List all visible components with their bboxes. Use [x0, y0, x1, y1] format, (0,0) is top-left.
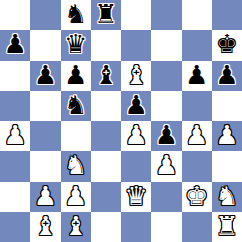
square-f1[interactable] — [151, 212, 181, 242]
square-a4[interactable]: ♟ — [0, 121, 30, 151]
square-b6[interactable]: ♟ — [30, 61, 60, 91]
piece-white-bishop[interactable]: ♝ — [124, 62, 147, 88]
square-c4[interactable] — [61, 121, 91, 151]
square-d5[interactable] — [91, 91, 121, 121]
square-g6[interactable]: ♟ — [182, 61, 212, 91]
square-e7[interactable] — [121, 30, 151, 60]
square-a3[interactable] — [0, 151, 30, 181]
square-g2[interactable]: ♚ — [182, 182, 212, 212]
square-c2[interactable]: ♟ — [61, 182, 91, 212]
square-b7[interactable] — [30, 30, 60, 60]
square-d4[interactable] — [91, 121, 121, 151]
square-b1[interactable]: ♝ — [30, 212, 60, 242]
square-e4[interactable]: ♟ — [121, 121, 151, 151]
square-g5[interactable] — [182, 91, 212, 121]
square-c7[interactable]: ♛ — [61, 30, 91, 60]
piece-white-pawn[interactable]: ♟ — [124, 122, 147, 148]
piece-black-knight[interactable]: ♞ — [64, 92, 87, 118]
piece-white-king[interactable]: ♚ — [185, 183, 208, 209]
piece-black-pawn[interactable]: ♟ — [155, 122, 178, 148]
square-a7[interactable]: ♟ — [0, 30, 30, 60]
piece-white-knight[interactable]: ♞ — [215, 183, 238, 209]
square-e5[interactable]: ♟ — [121, 91, 151, 121]
piece-white-pawn[interactable]: ♟ — [3, 122, 26, 148]
piece-black-bishop[interactable]: ♝ — [94, 62, 117, 88]
square-d2[interactable] — [91, 182, 121, 212]
square-b3[interactable] — [30, 151, 60, 181]
piece-black-rook[interactable]: ♜ — [94, 1, 117, 27]
piece-black-pawn[interactable]: ♟ — [64, 62, 87, 88]
square-c6[interactable]: ♟ — [61, 61, 91, 91]
square-g7[interactable] — [182, 30, 212, 60]
square-b2[interactable]: ♟ — [30, 182, 60, 212]
piece-black-pawn[interactable]: ♟ — [3, 31, 26, 57]
piece-white-pawn[interactable]: ♟ — [64, 183, 87, 209]
piece-white-rook[interactable]: ♜ — [215, 213, 238, 239]
piece-black-queen[interactable]: ♛ — [64, 31, 87, 57]
square-g3[interactable] — [182, 151, 212, 181]
square-e1[interactable] — [121, 212, 151, 242]
piece-white-pawn[interactable]: ♟ — [34, 183, 57, 209]
square-a1[interactable] — [0, 212, 30, 242]
square-b4[interactable] — [30, 121, 60, 151]
square-d6[interactable]: ♝ — [91, 61, 121, 91]
square-h5[interactable] — [212, 91, 242, 121]
square-d3[interactable] — [91, 151, 121, 181]
square-b5[interactable] — [30, 91, 60, 121]
square-f4[interactable]: ♟ — [151, 121, 181, 151]
square-g8[interactable] — [182, 0, 212, 30]
square-h4[interactable]: ♟ — [212, 121, 242, 151]
square-h2[interactable]: ♞ — [212, 182, 242, 212]
square-c1[interactable]: ♝ — [61, 212, 91, 242]
square-e6[interactable]: ♝ — [121, 61, 151, 91]
piece-black-pawn[interactable]: ♟ — [34, 62, 57, 88]
piece-white-bishop[interactable]: ♝ — [34, 213, 57, 239]
square-g4[interactable]: ♟ — [182, 121, 212, 151]
square-a5[interactable] — [0, 91, 30, 121]
piece-white-knight[interactable]: ♞ — [64, 152, 87, 178]
piece-white-queen[interactable]: ♛ — [124, 183, 147, 209]
piece-black-pawn[interactable]: ♟ — [215, 62, 238, 88]
piece-black-pawn[interactable]: ♟ — [185, 62, 208, 88]
piece-black-knight[interactable]: ♞ — [64, 1, 87, 27]
piece-white-pawn[interactable]: ♟ — [155, 152, 178, 178]
square-h1[interactable]: ♜ — [212, 212, 242, 242]
square-d1[interactable] — [91, 212, 121, 242]
square-a2[interactable] — [0, 182, 30, 212]
piece-black-pawn[interactable]: ♟ — [124, 92, 147, 118]
square-c3[interactable]: ♞ — [61, 151, 91, 181]
square-f3[interactable]: ♟ — [151, 151, 181, 181]
piece-black-king[interactable]: ♚ — [215, 31, 238, 57]
square-e8[interactable] — [121, 0, 151, 30]
square-h3[interactable] — [212, 151, 242, 181]
square-c8[interactable]: ♞ — [61, 0, 91, 30]
piece-white-pawn[interactable]: ♟ — [215, 122, 238, 148]
square-d8[interactable]: ♜ — [91, 0, 121, 30]
square-e3[interactable] — [121, 151, 151, 181]
square-g1[interactable] — [182, 212, 212, 242]
square-a6[interactable] — [0, 61, 30, 91]
square-f5[interactable] — [151, 91, 181, 121]
square-e2[interactable]: ♛ — [121, 182, 151, 212]
square-d7[interactable] — [91, 30, 121, 60]
square-f2[interactable] — [151, 182, 181, 212]
square-h8[interactable] — [212, 0, 242, 30]
square-c5[interactable]: ♞ — [61, 91, 91, 121]
square-f8[interactable] — [151, 0, 181, 30]
square-f7[interactable] — [151, 30, 181, 60]
square-b8[interactable] — [30, 0, 60, 30]
square-h7[interactable]: ♚ — [212, 30, 242, 60]
square-a8[interactable] — [0, 0, 30, 30]
piece-white-pawn[interactable]: ♟ — [185, 122, 208, 148]
square-h6[interactable]: ♟ — [212, 61, 242, 91]
chess-board: ♞♜♟♛♚♟♟♝♝♟♟♞♟♟♟♟♟♟♞♟♟♟♛♚♞♝♝♜ — [0, 0, 242, 242]
square-f6[interactable] — [151, 61, 181, 91]
piece-white-bishop[interactable]: ♝ — [64, 213, 87, 239]
